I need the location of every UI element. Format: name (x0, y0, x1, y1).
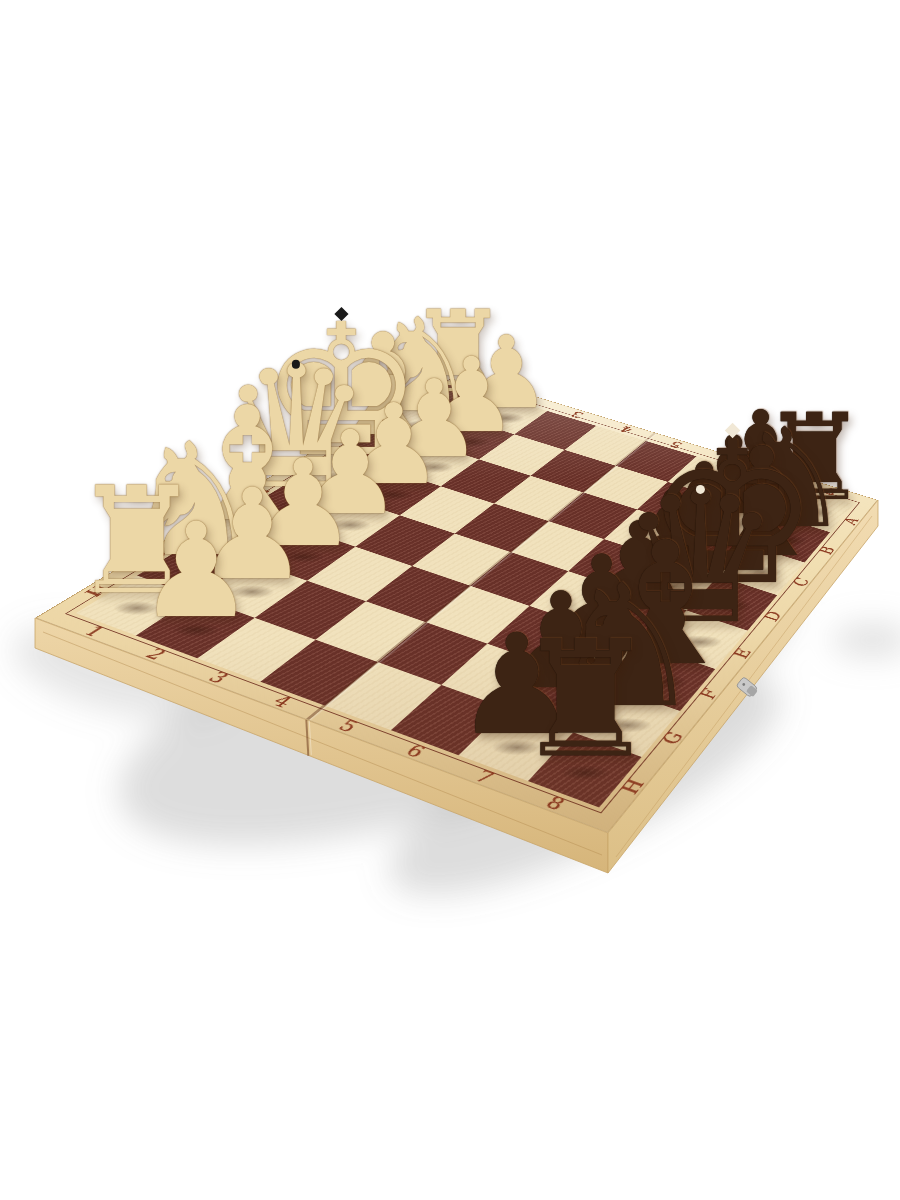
metal-clasp (736, 677, 759, 699)
black-king-finial (724, 422, 740, 438)
white-queen-finial (292, 360, 300, 368)
chess-board: 11AA22BB33CC44DD55EE66FF77GG88HH (35, 370, 878, 833)
board-surface-sheen (37, 371, 877, 832)
chess-set-photo: 11AA22BB33CC44DD55EE66FF77GG88HH ♜♟♞♟♝♟♚… (0, 0, 900, 1200)
white-king-finial (334, 307, 349, 322)
